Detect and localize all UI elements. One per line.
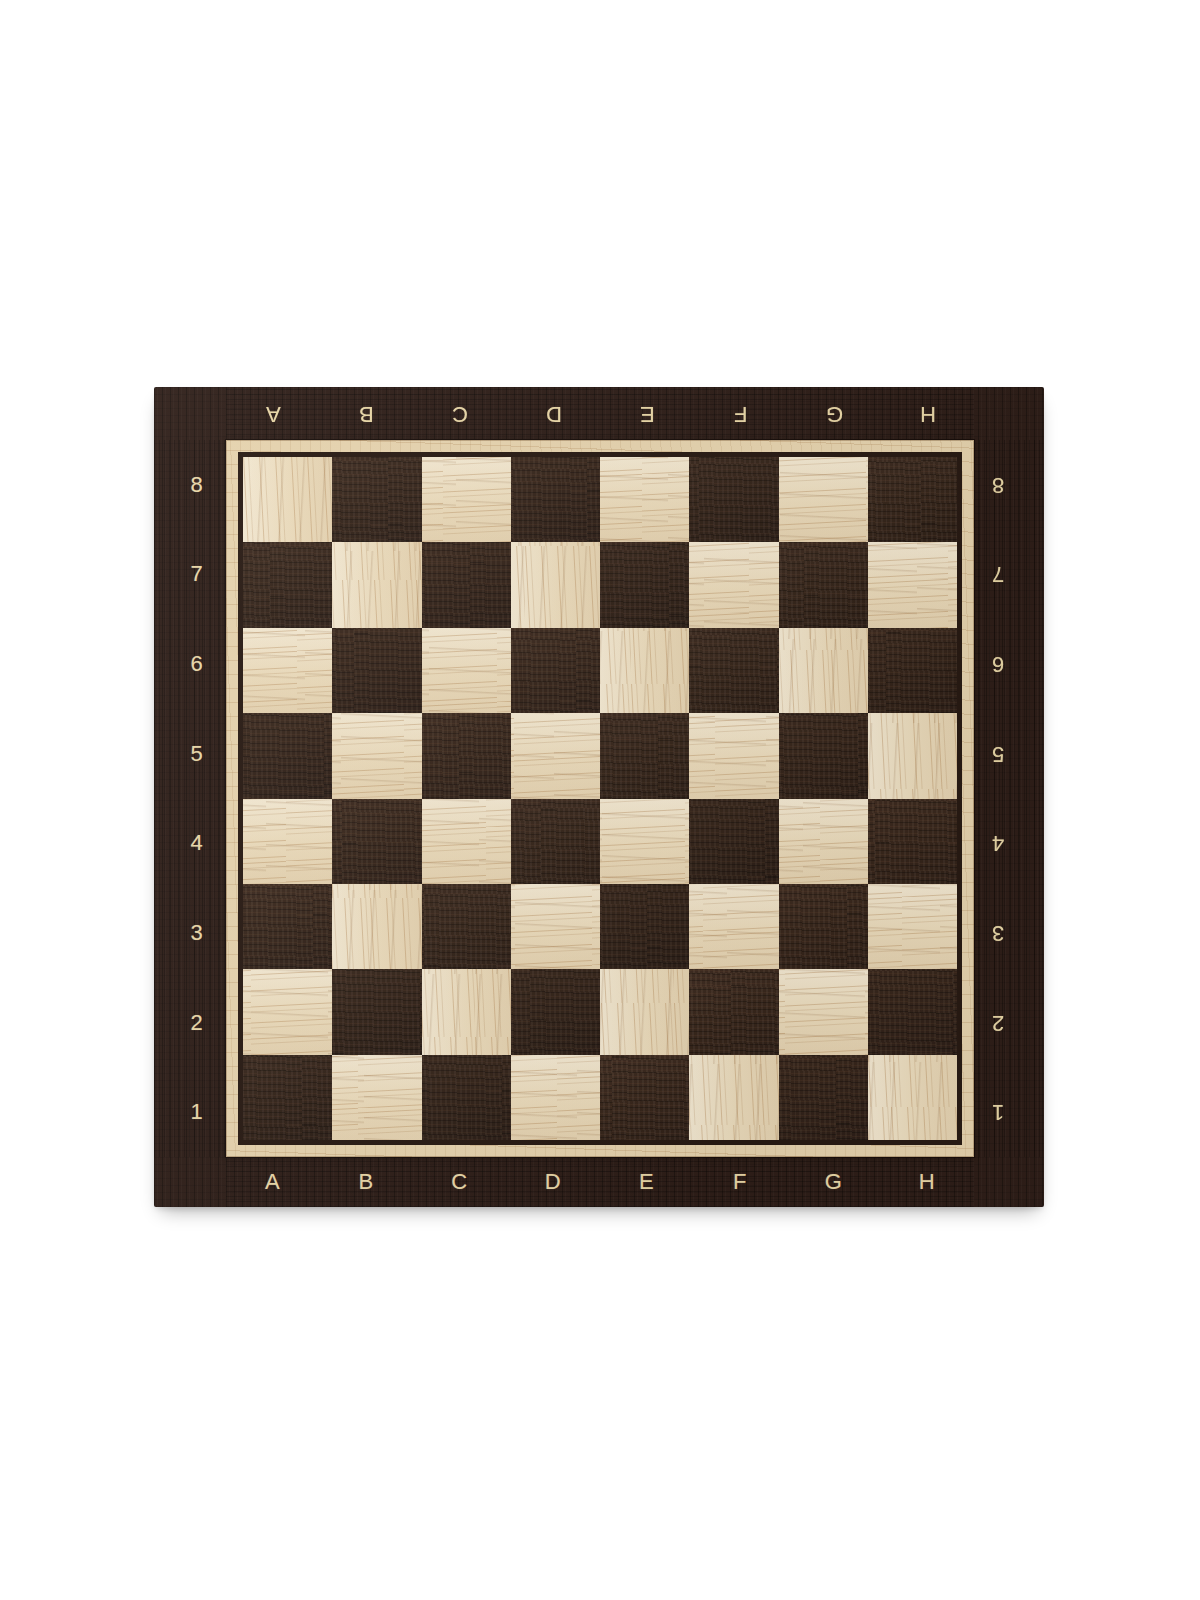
file-label-bottom-h: H (919, 1169, 936, 1195)
square-b8 (332, 457, 421, 542)
square-d8 (511, 457, 600, 542)
rank-label-left-6: 6 (190, 651, 203, 677)
file-label-top-d: D (545, 401, 562, 427)
file-label-bottom-d: D (545, 1169, 562, 1195)
square-c5 (422, 713, 511, 798)
file-label-top-b: B (358, 401, 374, 427)
square-a8 (243, 457, 332, 542)
square-a6 (243, 628, 332, 713)
square-f1 (689, 1055, 778, 1140)
file-label-bottom-c: C (451, 1169, 468, 1195)
square-b5 (332, 713, 421, 798)
square-a1 (243, 1055, 332, 1140)
file-label-top-g: G (825, 401, 843, 427)
square-b2 (332, 969, 421, 1054)
rank-label-right-5: 5 (991, 741, 1004, 767)
file-label-bottom-g: G (825, 1169, 843, 1195)
square-d2 (511, 969, 600, 1054)
file-label-top-h: H (919, 401, 936, 427)
rank-label-left-4: 4 (190, 830, 203, 856)
square-c8 (422, 457, 511, 542)
rank-label-left-1: 1 (190, 1099, 203, 1125)
rank-label-right-1: 1 (991, 1099, 1004, 1125)
rank-label-right-4: 4 (991, 830, 1004, 856)
square-e7 (600, 542, 689, 627)
square-d3 (511, 884, 600, 969)
file-label-top-c: C (451, 401, 468, 427)
square-a3 (243, 884, 332, 969)
square-c7 (422, 542, 511, 627)
square-g1 (779, 1055, 868, 1140)
file-label-top-f: F (733, 401, 747, 427)
square-a5 (243, 713, 332, 798)
rank-label-left-5: 5 (190, 741, 203, 767)
square-g6 (779, 628, 868, 713)
square-h7 (868, 542, 957, 627)
square-h2 (868, 969, 957, 1054)
board-seam (238, 452, 962, 1145)
board-inlay-strip (226, 440, 974, 1157)
chessboard: ABCDEFGH ABCDEFGH 87654321 87654321 (154, 387, 1044, 1207)
square-c3 (422, 884, 511, 969)
square-h4 (868, 799, 957, 884)
square-g4 (779, 799, 868, 884)
rank-labels-right: 87654321 (974, 440, 1044, 1157)
square-g3 (779, 884, 868, 969)
rank-label-right-7: 7 (991, 561, 1004, 587)
square-f7 (689, 542, 778, 627)
square-f4 (689, 799, 778, 884)
rank-label-right-6: 6 (991, 651, 1004, 677)
photo-canvas: ABCDEFGH ABCDEFGH 87654321 87654321 (0, 0, 1200, 1600)
square-e1 (600, 1055, 689, 1140)
file-label-bottom-e: E (639, 1169, 655, 1195)
square-f3 (689, 884, 778, 969)
rank-label-right-8: 8 (991, 472, 1004, 498)
square-e2 (600, 969, 689, 1054)
square-d6 (511, 628, 600, 713)
board-grid (243, 457, 957, 1140)
square-b6 (332, 628, 421, 713)
file-label-bottom-b: B (358, 1169, 374, 1195)
square-f2 (689, 969, 778, 1054)
square-f6 (689, 628, 778, 713)
file-label-bottom-a: A (265, 1169, 281, 1195)
square-h6 (868, 628, 957, 713)
square-b1 (332, 1055, 421, 1140)
rank-label-left-2: 2 (190, 1010, 203, 1036)
square-d1 (511, 1055, 600, 1140)
square-c2 (422, 969, 511, 1054)
square-d5 (511, 713, 600, 798)
square-d4 (511, 799, 600, 884)
square-g2 (779, 969, 868, 1054)
square-a2 (243, 969, 332, 1054)
square-b4 (332, 799, 421, 884)
square-g8 (779, 457, 868, 542)
file-labels-bottom: ABCDEFGH (226, 1157, 974, 1207)
file-label-top-e: E (639, 401, 655, 427)
square-h8 (868, 457, 957, 542)
square-e4 (600, 799, 689, 884)
square-e8 (600, 457, 689, 542)
file-label-bottom-f: F (733, 1169, 747, 1195)
square-e6 (600, 628, 689, 713)
square-g7 (779, 542, 868, 627)
square-c1 (422, 1055, 511, 1140)
square-a7 (243, 542, 332, 627)
square-h5 (868, 713, 957, 798)
file-labels-top: ABCDEFGH (226, 387, 974, 440)
square-d7 (511, 542, 600, 627)
square-f5 (689, 713, 778, 798)
square-f8 (689, 457, 778, 542)
rank-label-right-3: 3 (991, 920, 1004, 946)
rank-label-left-7: 7 (190, 561, 203, 587)
rank-label-right-2: 2 (991, 1010, 1004, 1036)
square-b3 (332, 884, 421, 969)
rank-label-left-8: 8 (190, 472, 203, 498)
square-h3 (868, 884, 957, 969)
square-h1 (868, 1055, 957, 1140)
square-e5 (600, 713, 689, 798)
rank-labels-left: 87654321 (154, 440, 226, 1157)
square-b7 (332, 542, 421, 627)
rank-label-left-3: 3 (190, 920, 203, 946)
square-c4 (422, 799, 511, 884)
square-g5 (779, 713, 868, 798)
square-c6 (422, 628, 511, 713)
file-label-top-a: A (265, 401, 281, 427)
square-e3 (600, 884, 689, 969)
square-a4 (243, 799, 332, 884)
